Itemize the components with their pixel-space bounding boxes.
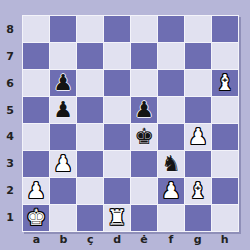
square-d4[interactable] (104, 124, 130, 150)
square-c2[interactable] (77, 178, 103, 204)
square-g5[interactable] (185, 97, 211, 123)
square-c5[interactable] (77, 97, 103, 123)
square-f8[interactable] (158, 16, 184, 42)
square-b7[interactable] (50, 43, 76, 69)
square-d2[interactable] (104, 178, 130, 204)
white-bishop[interactable]: ♝ (212, 70, 238, 96)
square-h6[interactable]: ♝ (212, 70, 238, 96)
square-e7[interactable] (131, 43, 157, 69)
square-g2[interactable]: ♝ (185, 178, 211, 204)
square-e8[interactable] (131, 16, 157, 42)
file-label-f: f (157, 231, 184, 248)
square-f7[interactable] (158, 43, 184, 69)
square-a2[interactable]: ♟ (23, 178, 49, 204)
square-g4[interactable]: ♟ (185, 124, 211, 150)
white-bishop[interactable]: ♝ (185, 178, 211, 204)
square-a3[interactable] (23, 151, 49, 177)
white-king[interactable]: ♚ (23, 205, 49, 231)
black-pawn[interactable]: ♟ (50, 97, 76, 123)
rank-labels: 87654321 (0, 16, 20, 231)
black-king[interactable]: ♚ (131, 124, 157, 150)
rank-label-5: 5 (0, 97, 20, 124)
file-label-c: ç (77, 231, 104, 248)
square-c8[interactable] (77, 16, 103, 42)
square-a7[interactable] (23, 43, 49, 69)
square-c7[interactable] (77, 43, 103, 69)
black-pawn[interactable]: ♟ (50, 70, 76, 96)
square-h1[interactable] (212, 205, 238, 231)
square-f3[interactable]: ♞ (158, 151, 184, 177)
square-h4[interactable] (212, 124, 238, 150)
square-d5[interactable] (104, 97, 130, 123)
square-d6[interactable] (104, 70, 130, 96)
square-h8[interactable] (212, 16, 238, 42)
square-c4[interactable] (77, 124, 103, 150)
square-b5[interactable]: ♟ (50, 97, 76, 123)
square-d7[interactable] (104, 43, 130, 69)
square-c3[interactable] (77, 151, 103, 177)
square-f6[interactable] (158, 70, 184, 96)
square-f5[interactable] (158, 97, 184, 123)
square-b8[interactable] (50, 16, 76, 42)
black-knight[interactable]: ♞ (158, 151, 184, 177)
rank-label-2: 2 (0, 177, 20, 204)
square-a1[interactable]: ♚ (23, 205, 49, 231)
rank-label-8: 8 (0, 16, 20, 43)
square-c1[interactable] (77, 205, 103, 231)
rank-label-7: 7 (0, 43, 20, 70)
square-g8[interactable] (185, 16, 211, 42)
square-e2[interactable] (131, 178, 157, 204)
file-label-g: g (184, 231, 211, 248)
square-h3[interactable] (212, 151, 238, 177)
file-label-h: h (211, 231, 238, 248)
white-pawn[interactable]: ♟ (50, 151, 76, 177)
square-a6[interactable] (23, 70, 49, 96)
square-e5[interactable]: ♟ (131, 97, 157, 123)
square-e3[interactable] (131, 151, 157, 177)
white-pawn[interactable]: ♟ (158, 178, 184, 204)
square-d8[interactable] (104, 16, 130, 42)
square-h2[interactable] (212, 178, 238, 204)
black-pawn[interactable]: ♟ (131, 97, 157, 123)
file-labels: abçdėfgh (23, 231, 238, 248)
file-label-a: a (23, 231, 50, 248)
square-b1[interactable] (50, 205, 76, 231)
square-b3[interactable]: ♟ (50, 151, 76, 177)
square-g1[interactable] (185, 205, 211, 231)
rank-label-4: 4 (0, 124, 20, 151)
square-h5[interactable] (212, 97, 238, 123)
square-f1[interactable] (158, 205, 184, 231)
rank-label-3: 3 (0, 150, 20, 177)
square-a4[interactable] (23, 124, 49, 150)
file-label-b: b (50, 231, 77, 248)
square-a5[interactable] (23, 97, 49, 123)
square-h7[interactable] (212, 43, 238, 69)
file-label-e: ė (131, 231, 158, 248)
white-pawn[interactable]: ♟ (185, 124, 211, 150)
chess-board[interactable]: ♟♝♟♟♚♟♟♞♟♟♝♚♜ (22, 15, 239, 232)
chess-app: 87654321 ♟♝♟♟♚♟♟♞♟♟♝♚♜ abçdėfgh (0, 0, 250, 250)
rank-label-6: 6 (0, 70, 20, 97)
square-e1[interactable] (131, 205, 157, 231)
square-a8[interactable] (23, 16, 49, 42)
square-c6[interactable] (77, 70, 103, 96)
square-e6[interactable] (131, 70, 157, 96)
square-b6[interactable]: ♟ (50, 70, 76, 96)
square-b4[interactable] (50, 124, 76, 150)
square-f2[interactable]: ♟ (158, 178, 184, 204)
white-rook[interactable]: ♜ (104, 205, 130, 231)
square-b2[interactable] (50, 178, 76, 204)
square-g6[interactable] (185, 70, 211, 96)
file-label-d: d (104, 231, 131, 248)
rank-label-1: 1 (0, 204, 20, 231)
square-g7[interactable] (185, 43, 211, 69)
square-g3[interactable] (185, 151, 211, 177)
white-pawn[interactable]: ♟ (23, 178, 49, 204)
square-d3[interactable] (104, 151, 130, 177)
square-f4[interactable] (158, 124, 184, 150)
square-e4[interactable]: ♚ (131, 124, 157, 150)
square-d1[interactable]: ♜ (104, 205, 130, 231)
